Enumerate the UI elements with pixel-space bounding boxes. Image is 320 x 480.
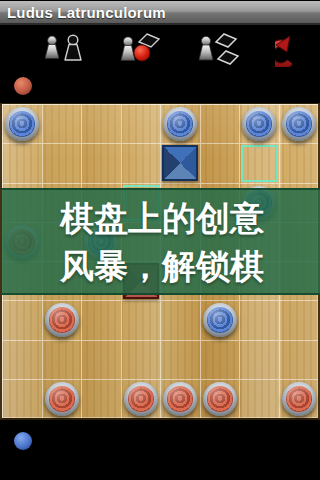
red-soldier-piece[interactable] xyxy=(282,382,316,416)
pawn-with-red-gem-icon xyxy=(116,32,162,68)
red-soldier-piece[interactable] xyxy=(203,382,237,416)
board-cell[interactable] xyxy=(121,104,161,143)
board-cell[interactable] xyxy=(200,143,240,182)
piece-face xyxy=(246,111,272,137)
blue-dux-pyramid[interactable] xyxy=(162,145,198,181)
app-title: Ludus Latrunculorum xyxy=(0,4,166,21)
app-screen: Ludus Latrunculorum xyxy=(0,0,320,480)
piece-face xyxy=(207,307,233,333)
top-player-red-indicator xyxy=(14,77,32,95)
board-cell[interactable] xyxy=(160,300,200,339)
board-cell[interactable] xyxy=(2,143,42,182)
board-cell[interactable] xyxy=(121,340,161,379)
red-soldier-piece[interactable] xyxy=(163,382,197,416)
piece-face xyxy=(286,386,312,412)
board-cell[interactable] xyxy=(42,143,82,182)
undo-button[interactable] xyxy=(267,29,320,71)
board-cell[interactable] xyxy=(42,379,82,418)
two-player-mode-button[interactable] xyxy=(37,29,93,71)
blue-soldier-piece[interactable] xyxy=(282,107,316,141)
game-board: 棋盘上的创意 风暴，解锁棋 xyxy=(0,103,320,420)
board-cell[interactable] xyxy=(42,340,82,379)
ad-text-line2: 风暴，解锁棋 xyxy=(60,242,264,290)
board-cell[interactable] xyxy=(200,104,240,143)
red-soldier-piece[interactable] xyxy=(124,382,158,416)
blue-soldier-piece[interactable] xyxy=(242,107,276,141)
board-cell[interactable] xyxy=(121,379,161,418)
board-cell[interactable] xyxy=(42,104,82,143)
board-cell[interactable] xyxy=(42,300,82,339)
piece-face xyxy=(49,307,75,333)
board-cell[interactable] xyxy=(81,143,121,182)
ad-banner-overlay[interactable]: 棋盘上的创意 风暴，解锁棋 xyxy=(2,188,320,295)
board-cell[interactable] xyxy=(121,300,161,339)
board-cell[interactable] xyxy=(121,143,161,182)
piece-face xyxy=(207,386,233,412)
board-cell[interactable] xyxy=(200,340,240,379)
blue-soldier-piece[interactable] xyxy=(5,107,39,141)
board-cell[interactable] xyxy=(239,104,279,143)
board-cell[interactable] xyxy=(81,379,121,418)
board-cell[interactable] xyxy=(279,300,319,339)
red-soldier-piece[interactable] xyxy=(45,303,79,337)
computer-plays-red-button[interactable] xyxy=(111,29,167,71)
red-soldier-piece[interactable] xyxy=(45,382,79,416)
board-cell[interactable] xyxy=(81,340,121,379)
board-cell[interactable] xyxy=(200,379,240,418)
board-cell[interactable] xyxy=(200,300,240,339)
piece-face xyxy=(286,111,312,137)
board-cell[interactable] xyxy=(279,104,319,143)
board-cell[interactable] xyxy=(239,143,279,182)
title-bar: Ludus Latrunculorum xyxy=(0,0,320,25)
blue-soldier-piece[interactable] xyxy=(163,107,197,141)
piece-face xyxy=(167,111,193,137)
board-cell[interactable] xyxy=(81,300,121,339)
board-cell[interactable] xyxy=(2,300,42,339)
highlighted-cell-border xyxy=(241,145,278,181)
piece-face xyxy=(49,386,75,412)
board-cell[interactable] xyxy=(160,143,200,182)
board-cell[interactable] xyxy=(239,379,279,418)
bottom-player-blue-indicator xyxy=(14,432,32,450)
board-cell[interactable] xyxy=(239,300,279,339)
blue-soldier-piece[interactable] xyxy=(203,303,237,337)
board-cell[interactable] xyxy=(160,379,200,418)
board-cell[interactable] xyxy=(279,379,319,418)
undo-arrow-icon xyxy=(275,33,315,67)
board-cell[interactable] xyxy=(160,104,200,143)
pawn-with-two-gems-icon xyxy=(195,32,243,68)
board-cell[interactable] xyxy=(279,340,319,379)
board-cell[interactable] xyxy=(2,340,42,379)
piece-face xyxy=(128,386,154,412)
ad-text-line1: 棋盘上的创意 xyxy=(60,194,264,242)
piece-face xyxy=(167,386,193,412)
board-cell[interactable] xyxy=(239,340,279,379)
board-cell[interactable] xyxy=(2,379,42,418)
piece-face xyxy=(9,111,35,137)
computer-plays-gems-button[interactable] xyxy=(191,29,247,71)
two-pawns-icon xyxy=(41,33,89,67)
toolbar xyxy=(0,27,320,73)
board-cell[interactable] xyxy=(81,104,121,143)
board-cell[interactable] xyxy=(2,104,42,143)
board-cell[interactable] xyxy=(279,143,319,182)
board-cell[interactable] xyxy=(160,340,200,379)
